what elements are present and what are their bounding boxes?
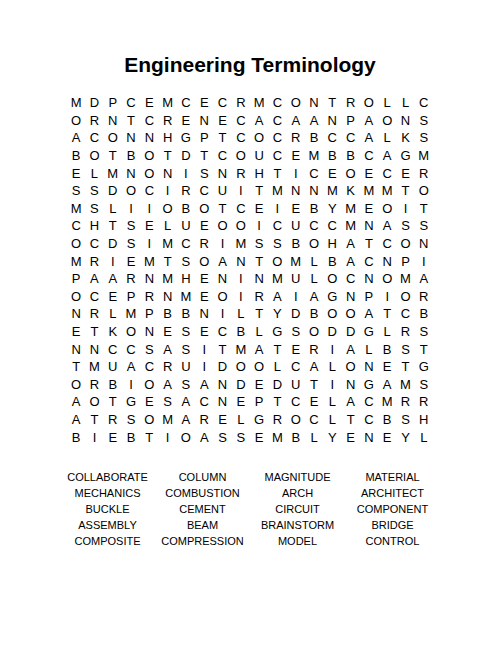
word-item: CIRCUIT bbox=[250, 501, 345, 517]
grid-cell-r2c11: A bbox=[250, 112, 268, 130]
grid-cell-r4c8: T bbox=[195, 147, 213, 165]
word-item: COMPRESSION bbox=[155, 533, 250, 549]
word-item: BRIDGE bbox=[345, 517, 440, 533]
grid-cell-r14c18: L bbox=[378, 323, 396, 341]
grid-cell-r12c15: G bbox=[323, 288, 341, 306]
grid-cell-r2c9: E bbox=[213, 112, 231, 130]
grid-cell-r6c16: K bbox=[341, 182, 359, 200]
grid-cell-r14c9: C bbox=[213, 323, 231, 341]
grid-cell-r19c18: B bbox=[378, 411, 396, 429]
grid-cell-r3c1: A bbox=[67, 129, 85, 147]
grid-cell-r6c7: R bbox=[177, 182, 195, 200]
grid-cell-r3c11: O bbox=[250, 129, 268, 147]
grid-cell-r9c1: O bbox=[67, 235, 85, 253]
grid-cell-r13c5: P bbox=[140, 305, 158, 323]
grid-cell-r19c9: E bbox=[213, 411, 231, 429]
grid-cell-r20c1: B bbox=[67, 428, 85, 446]
grid-cell-r7c4: I bbox=[122, 200, 140, 218]
grid-cell-r4c18: A bbox=[378, 147, 396, 165]
grid-cell-r6c12: M bbox=[268, 182, 286, 200]
grid-cell-r1c11: M bbox=[250, 94, 268, 112]
grid-cell-r4c4: B bbox=[122, 147, 140, 165]
grid-cell-r20c2: I bbox=[85, 428, 103, 446]
grid-cell-r19c11: G bbox=[250, 411, 268, 429]
grid-cell-r5c7: I bbox=[177, 164, 195, 182]
grid-cell-r4c15: B bbox=[323, 147, 341, 165]
grid-cell-r18c3: T bbox=[104, 393, 122, 411]
grid-cell-r10c14: L bbox=[305, 252, 323, 270]
word-item: BEAM bbox=[155, 517, 250, 533]
grid-cell-r7c13: E bbox=[287, 200, 305, 218]
grid-cell-r9c2: C bbox=[85, 235, 103, 253]
grid-cell-r7c12: I bbox=[268, 200, 286, 218]
grid-cell-r10c3: I bbox=[104, 252, 122, 270]
grid-cell-r4c16: B bbox=[341, 147, 359, 165]
grid-cell-r17c13: U bbox=[287, 376, 305, 394]
grid-cell-r2c4: T bbox=[122, 112, 140, 130]
grid-cell-r15c17: L bbox=[360, 340, 378, 358]
grid-cell-r5c3: M bbox=[104, 164, 122, 182]
grid-cell-r17c15: I bbox=[323, 376, 341, 394]
grid-cell-r19c14: C bbox=[305, 411, 323, 429]
grid-cell-r1c5: E bbox=[140, 94, 158, 112]
grid-cell-r10c19: P bbox=[396, 252, 414, 270]
grid-cell-r5c18: C bbox=[378, 164, 396, 182]
grid-cell-r18c19: R bbox=[396, 393, 414, 411]
grid-cell-r13c3: L bbox=[104, 305, 122, 323]
grid-cell-r11c20: A bbox=[415, 270, 433, 288]
grid-cell-r7c18: O bbox=[378, 200, 396, 218]
grid-cell-r6c5: C bbox=[140, 182, 158, 200]
grid-cell-r18c11: P bbox=[250, 393, 268, 411]
grid-cell-r2c20: S bbox=[415, 112, 433, 130]
grid-cell-r18c5: E bbox=[140, 393, 158, 411]
grid-cell-r3c18: L bbox=[378, 129, 396, 147]
grid-cell-r9c9: I bbox=[213, 235, 231, 253]
grid-cell-r16c8: I bbox=[195, 358, 213, 376]
grid-cell-r18c13: C bbox=[287, 393, 305, 411]
grid-cell-r4c19: G bbox=[396, 147, 414, 165]
grid-cell-r13c16: O bbox=[341, 305, 359, 323]
grid-cell-r13c7: B bbox=[177, 305, 195, 323]
grid-cell-r8c11: I bbox=[250, 217, 268, 235]
grid-cell-r3c13: R bbox=[287, 129, 305, 147]
grid-cell-r10c4: E bbox=[122, 252, 140, 270]
grid-cell-r13c1: N bbox=[67, 305, 85, 323]
word-item: COMPONENT bbox=[345, 501, 440, 517]
grid-cell-r19c5: O bbox=[140, 411, 158, 429]
grid-cell-r4c13: E bbox=[287, 147, 305, 165]
grid-cell-r15c7: S bbox=[177, 340, 195, 358]
grid-cell-r8c20: S bbox=[415, 217, 433, 235]
grid-cell-r13c19: C bbox=[396, 305, 414, 323]
grid-cell-r2c17: A bbox=[360, 112, 378, 130]
grid-cell-r2c7: E bbox=[177, 112, 195, 130]
word-list-column-4: MATERIALARCHITECTCOMPONENTBRIDGECONTROL bbox=[345, 469, 440, 549]
grid-cell-r14c10: B bbox=[232, 323, 250, 341]
grid-cell-r19c3: R bbox=[104, 411, 122, 429]
word-item: CEMENT bbox=[155, 501, 250, 517]
grid-cell-r20c6: I bbox=[158, 428, 176, 446]
grid-cell-r15c14: R bbox=[305, 340, 323, 358]
grid-cell-r1c20: C bbox=[415, 94, 433, 112]
grid-cell-r9c15: H bbox=[323, 235, 341, 253]
grid-cell-r1c7: C bbox=[177, 94, 195, 112]
grid-cell-r10c1: M bbox=[67, 252, 85, 270]
grid-cell-r5c1: E bbox=[67, 164, 85, 182]
grid-cell-r2c18: O bbox=[378, 112, 396, 130]
grid-cell-r6c6: I bbox=[158, 182, 176, 200]
grid-cell-r5c10: R bbox=[232, 164, 250, 182]
grid-cell-r6c8: C bbox=[195, 182, 213, 200]
grid-cell-r16c19: T bbox=[396, 358, 414, 376]
grid-cell-r17c4: I bbox=[122, 376, 140, 394]
grid-cell-r15c10: M bbox=[232, 340, 250, 358]
word-item: ARCHITECT bbox=[345, 485, 440, 501]
grid-cell-r13c20: B bbox=[415, 305, 433, 323]
grid-cell-r7c10: C bbox=[232, 200, 250, 218]
grid-cell-r15c13: E bbox=[287, 340, 305, 358]
grid-cell-r8c12: C bbox=[268, 217, 286, 235]
grid-cell-r5c16: O bbox=[341, 164, 359, 182]
grid-cell-r14c1: E bbox=[67, 323, 85, 341]
grid-cell-r17c20: S bbox=[415, 376, 433, 394]
grid-cell-r3c6: H bbox=[158, 129, 176, 147]
grid-cell-r17c9: N bbox=[213, 376, 231, 394]
grid-cell-r12c2: C bbox=[85, 288, 103, 306]
grid-cell-r18c2: O bbox=[85, 393, 103, 411]
grid-cell-r5c14: C bbox=[305, 164, 323, 182]
grid-cell-r9c17: T bbox=[360, 235, 378, 253]
grid-cell-r17c6: A bbox=[158, 376, 176, 394]
grid-cell-r13c4: M bbox=[122, 305, 140, 323]
grid-cell-r14c3: K bbox=[104, 323, 122, 341]
grid-cell-r12c5: R bbox=[140, 288, 158, 306]
grid-cell-r11c12: M bbox=[268, 270, 286, 288]
grid-cell-r20c15: Y bbox=[323, 428, 341, 446]
grid-cell-r5c5: O bbox=[140, 164, 158, 182]
grid-cell-r11c4: R bbox=[122, 270, 140, 288]
word-list-column-2: COLUMNCOMBUSTIONCEMENTBEAMCOMPRESSION bbox=[155, 469, 250, 549]
grid-cell-r1c2: D bbox=[85, 94, 103, 112]
grid-cell-r20c8: A bbox=[195, 428, 213, 446]
grid-cell-r17c10: D bbox=[232, 376, 250, 394]
grid-cell-r2c10: C bbox=[232, 112, 250, 130]
grid-cell-r18c14: E bbox=[305, 393, 323, 411]
grid-cell-r6c3: D bbox=[104, 182, 122, 200]
grid-cell-r12c11: R bbox=[250, 288, 268, 306]
grid-cell-r2c6: R bbox=[158, 112, 176, 130]
grid-cell-r14c11: L bbox=[250, 323, 268, 341]
grid-cell-r15c1: N bbox=[67, 340, 85, 358]
puzzle-title: Engineering Terminology bbox=[0, 0, 500, 77]
grid-cell-r1c12: C bbox=[268, 94, 286, 112]
grid-cell-r3c10: C bbox=[232, 129, 250, 147]
grid-cell-r16c2: M bbox=[85, 358, 103, 376]
grid-cell-r15c3: C bbox=[104, 340, 122, 358]
grid-cell-r8c9: O bbox=[213, 217, 231, 235]
grid-cell-r20c4: B bbox=[122, 428, 140, 446]
grid-cell-r16c13: C bbox=[287, 358, 305, 376]
grid-cell-r9c14: O bbox=[305, 235, 323, 253]
grid-cell-r8c4: S bbox=[122, 217, 140, 235]
grid-cell-r13c18: T bbox=[378, 305, 396, 323]
grid-cell-r4c1: B bbox=[67, 147, 85, 165]
grid-cell-r15c16: A bbox=[341, 340, 359, 358]
grid-cell-r16c16: O bbox=[341, 358, 359, 376]
grid-cell-r9c3: D bbox=[104, 235, 122, 253]
grid-cell-r11c3: A bbox=[104, 270, 122, 288]
grid-cell-r15c11: A bbox=[250, 340, 268, 358]
grid-cell-r4c6: T bbox=[158, 147, 176, 165]
grid-cell-r5c4: N bbox=[122, 164, 140, 182]
grid-cell-r4c14: M bbox=[305, 147, 323, 165]
grid-cell-r7c5: I bbox=[140, 200, 158, 218]
grid-cell-r14c19: R bbox=[396, 323, 414, 341]
grid-cell-r11c7: H bbox=[177, 270, 195, 288]
grid-cell-r9c6: M bbox=[158, 235, 176, 253]
grid-cell-r2c5: C bbox=[140, 112, 158, 130]
grid-cell-r7c14: B bbox=[305, 200, 323, 218]
grid-cell-r15c8: I bbox=[195, 340, 213, 358]
grid-cell-r19c19: S bbox=[396, 411, 414, 429]
grid-cell-r20c20: L bbox=[415, 428, 433, 446]
grid-cell-r1c16: R bbox=[341, 94, 359, 112]
grid-cell-r11c13: U bbox=[287, 270, 305, 288]
grid-cell-r18c6: S bbox=[158, 393, 176, 411]
grid-cell-r18c12: T bbox=[268, 393, 286, 411]
grid-cell-r11c14: L bbox=[305, 270, 323, 288]
grid-cell-r7c7: B bbox=[177, 200, 195, 218]
grid-cell-r7c8: O bbox=[195, 200, 213, 218]
grid-cell-r6c17: M bbox=[360, 182, 378, 200]
grid-cell-r7c17: E bbox=[360, 200, 378, 218]
grid-cell-r8c6: L bbox=[158, 217, 176, 235]
grid-cell-r5c6: N bbox=[158, 164, 176, 182]
grid-cell-r18c4: G bbox=[122, 393, 140, 411]
grid-cell-r18c18: M bbox=[378, 393, 396, 411]
grid-cell-r17c17: G bbox=[360, 376, 378, 394]
grid-cell-r12c9: O bbox=[213, 288, 231, 306]
grid-cell-r6c4: O bbox=[122, 182, 140, 200]
grid-cell-r19c17: C bbox=[360, 411, 378, 429]
grid-cell-r17c11: E bbox=[250, 376, 268, 394]
grid-cell-r1c18: L bbox=[378, 94, 396, 112]
grid-cell-r3c12: C bbox=[268, 129, 286, 147]
grid-cell-r2c3: N bbox=[104, 112, 122, 130]
grid-cell-r17c8: A bbox=[195, 376, 213, 394]
grid-cell-r6c2: S bbox=[85, 182, 103, 200]
grid-cell-r9c20: N bbox=[415, 235, 433, 253]
grid-cell-r10c17: C bbox=[360, 252, 378, 270]
grid-cell-r11c10: I bbox=[232, 270, 250, 288]
grid-cell-r10c16: A bbox=[341, 252, 359, 270]
grid-cell-r9c11: S bbox=[250, 235, 268, 253]
grid-cell-r10c5: M bbox=[140, 252, 158, 270]
grid-cell-r5c17: E bbox=[360, 164, 378, 182]
word-search-grid: MDPCEMCECRMCONTROLLCORNTCRENECACAANPAONS… bbox=[67, 94, 433, 446]
grid-cell-r11c11: N bbox=[250, 270, 268, 288]
grid-cell-r17c18: A bbox=[378, 376, 396, 394]
grid-cell-r9c12: S bbox=[268, 235, 286, 253]
grid-cell-r9c13: B bbox=[287, 235, 305, 253]
grid-cell-r11c18: O bbox=[378, 270, 396, 288]
grid-cell-r2c13: A bbox=[287, 112, 305, 130]
grid-cell-r15c2: N bbox=[85, 340, 103, 358]
grid-cell-r17c14: T bbox=[305, 376, 323, 394]
grid-cell-r3c19: K bbox=[396, 129, 414, 147]
grid-cell-r18c9: N bbox=[213, 393, 231, 411]
grid-cell-r12c19: O bbox=[396, 288, 414, 306]
grid-cell-r18c20: R bbox=[415, 393, 433, 411]
grid-cell-r14c6: E bbox=[158, 323, 176, 341]
grid-cell-r5c12: T bbox=[268, 164, 286, 182]
grid-cell-r3c2: C bbox=[85, 129, 103, 147]
grid-cell-r8c16: M bbox=[341, 217, 359, 235]
grid-cell-r15c20: T bbox=[415, 340, 433, 358]
grid-cell-r16c18: E bbox=[378, 358, 396, 376]
grid-cell-r2c15: N bbox=[323, 112, 341, 130]
grid-cell-r8c5: E bbox=[140, 217, 158, 235]
grid-cell-r1c4: C bbox=[122, 94, 140, 112]
grid-cell-r6c20: O bbox=[415, 182, 433, 200]
grid-cell-r10c15: B bbox=[323, 252, 341, 270]
grid-cell-r15c6: A bbox=[158, 340, 176, 358]
grid-cell-r6c14: N bbox=[305, 182, 323, 200]
grid-cell-r1c3: P bbox=[104, 94, 122, 112]
grid-cell-r12c16: N bbox=[341, 288, 359, 306]
grid-cell-r3c4: N bbox=[122, 129, 140, 147]
word-item: COLUMN bbox=[155, 469, 250, 485]
grid-cell-r13c9: I bbox=[213, 305, 231, 323]
grid-cell-r11c5: N bbox=[140, 270, 158, 288]
word-item: MECHANICS bbox=[60, 485, 155, 501]
grid-cell-r16c5: C bbox=[140, 358, 158, 376]
grid-cell-r17c2: R bbox=[85, 376, 103, 394]
grid-cell-r10c7: S bbox=[177, 252, 195, 270]
grid-cell-r18c7: A bbox=[177, 393, 195, 411]
grid-cell-r19c4: S bbox=[122, 411, 140, 429]
grid-cell-r13c8: N bbox=[195, 305, 213, 323]
grid-cell-r20c12: M bbox=[268, 428, 286, 446]
grid-cell-r19c13: O bbox=[287, 411, 305, 429]
grid-cell-r19c2: T bbox=[85, 411, 103, 429]
grid-cell-r16c12: L bbox=[268, 358, 286, 376]
word-item: MODEL bbox=[250, 533, 345, 549]
grid-cell-r3c8: P bbox=[195, 129, 213, 147]
grid-cell-r9c16: A bbox=[341, 235, 359, 253]
grid-cell-r17c16: N bbox=[341, 376, 359, 394]
grid-cell-r9c4: S bbox=[122, 235, 140, 253]
grid-cell-r1c15: T bbox=[323, 94, 341, 112]
word-item: CONTROL bbox=[345, 533, 440, 549]
grid-cell-r19c10: L bbox=[232, 411, 250, 429]
grid-cell-r1c1: M bbox=[67, 94, 85, 112]
grid-cell-r14c13: S bbox=[287, 323, 305, 341]
grid-cell-r6c1: S bbox=[67, 182, 85, 200]
word-item: MATERIAL bbox=[345, 469, 440, 485]
grid-cell-r12c17: P bbox=[360, 288, 378, 306]
grid-cell-r8c3: T bbox=[104, 217, 122, 235]
grid-cell-r8c7: U bbox=[177, 217, 195, 235]
grid-cell-r19c16: T bbox=[341, 411, 359, 429]
grid-cell-r18c10: E bbox=[232, 393, 250, 411]
grid-cell-r11c17: N bbox=[360, 270, 378, 288]
grid-cell-r20c18: E bbox=[378, 428, 396, 446]
grid-cell-r10c18: N bbox=[378, 252, 396, 270]
grid-cell-r20c19: Y bbox=[396, 428, 414, 446]
grid-cell-r5c9: N bbox=[213, 164, 231, 182]
grid-cell-r8c2: H bbox=[85, 217, 103, 235]
grid-cell-r18c15: L bbox=[323, 393, 341, 411]
grid-cell-r2c14: A bbox=[305, 112, 323, 130]
grid-cell-r16c1: T bbox=[67, 358, 85, 376]
grid-cell-r7c6: O bbox=[158, 200, 176, 218]
grid-cell-r10c2: R bbox=[85, 252, 103, 270]
grid-cell-r12c10: I bbox=[232, 288, 250, 306]
grid-cell-r12c12: A bbox=[268, 288, 286, 306]
grid-cell-r11c2: A bbox=[85, 270, 103, 288]
grid-cell-r14c7: S bbox=[177, 323, 195, 341]
grid-cell-r8c1: C bbox=[67, 217, 85, 235]
grid-cell-r20c14: L bbox=[305, 428, 323, 446]
grid-cell-r13c6: B bbox=[158, 305, 176, 323]
grid-cell-r3c17: A bbox=[360, 129, 378, 147]
grid-cell-r16c14: A bbox=[305, 358, 323, 376]
grid-cell-r16c9: D bbox=[213, 358, 231, 376]
grid-cell-r4c20: M bbox=[415, 147, 433, 165]
grid-cell-r7c2: S bbox=[85, 200, 103, 218]
grid-cell-r15c5: S bbox=[140, 340, 158, 358]
grid-cell-r14c14: O bbox=[305, 323, 323, 341]
grid-cell-r17c1: O bbox=[67, 376, 85, 394]
grid-cell-r8c8: E bbox=[195, 217, 213, 235]
grid-cell-r20c13: B bbox=[287, 428, 305, 446]
grid-cell-r16c11: O bbox=[250, 358, 268, 376]
grid-cell-r18c1: A bbox=[67, 393, 85, 411]
grid-cell-r16c4: A bbox=[122, 358, 140, 376]
grid-cell-r14c2: T bbox=[85, 323, 103, 341]
grid-cell-r15c12: T bbox=[268, 340, 286, 358]
word-item: ARCH bbox=[250, 485, 345, 501]
grid-cell-r9c7: C bbox=[177, 235, 195, 253]
grid-cell-r9c18: C bbox=[378, 235, 396, 253]
grid-cell-r11c6: M bbox=[158, 270, 176, 288]
word-item: ASSEMBLY bbox=[60, 517, 155, 533]
grid-cell-r3c9: T bbox=[213, 129, 231, 147]
grid-cell-r19c12: R bbox=[268, 411, 286, 429]
grid-cell-r6c18: M bbox=[378, 182, 396, 200]
grid-cell-r1c10: R bbox=[232, 94, 250, 112]
grid-cell-r1c8: E bbox=[195, 94, 213, 112]
grid-cell-r1c9: C bbox=[213, 94, 231, 112]
grid-cell-r6c15: M bbox=[323, 182, 341, 200]
grid-cell-r12c18: I bbox=[378, 288, 396, 306]
grid-cell-r7c3: L bbox=[104, 200, 122, 218]
grid-cell-r10c11: T bbox=[250, 252, 268, 270]
grid-cell-r11c1: P bbox=[67, 270, 85, 288]
grid-cell-r5c2: L bbox=[85, 164, 103, 182]
grid-cell-r18c16: A bbox=[341, 393, 359, 411]
grid-cell-r1c6: M bbox=[158, 94, 176, 112]
grid-cell-r6c19: T bbox=[396, 182, 414, 200]
grid-cell-r14c16: D bbox=[341, 323, 359, 341]
grid-cell-r7c1: M bbox=[67, 200, 85, 218]
grid-cell-r12c13: I bbox=[287, 288, 305, 306]
grid-cell-r19c15: L bbox=[323, 411, 341, 429]
grid-cell-r4c17: C bbox=[360, 147, 378, 165]
grid-cell-r19c7: A bbox=[177, 411, 195, 429]
